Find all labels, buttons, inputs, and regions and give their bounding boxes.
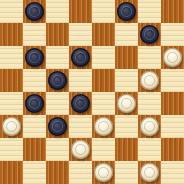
white-man[interactable] (140, 117, 159, 136)
board (0, 0, 184, 184)
square-h5[interactable] (161, 69, 184, 92)
square-h8[interactable] (161, 0, 184, 23)
square-c3[interactable] (46, 115, 69, 138)
square-h2[interactable] (161, 138, 184, 161)
white-man[interactable] (94, 163, 113, 182)
black-man[interactable] (117, 2, 136, 21)
black-man[interactable] (71, 48, 90, 67)
square-f3[interactable] (115, 115, 138, 138)
black-man[interactable] (25, 2, 44, 21)
square-a2[interactable] (0, 138, 23, 161)
square-g2[interactable] (138, 138, 161, 161)
square-d5[interactable] (69, 69, 92, 92)
square-e6[interactable] (92, 46, 115, 69)
square-e7[interactable] (92, 23, 115, 46)
black-man[interactable] (48, 71, 67, 90)
square-d6[interactable] (69, 46, 92, 69)
square-c8[interactable] (46, 0, 69, 23)
square-g7[interactable] (138, 23, 161, 46)
square-c2[interactable] (46, 138, 69, 161)
white-man[interactable] (2, 117, 21, 136)
square-d8[interactable] (69, 0, 92, 23)
square-d2[interactable] (69, 138, 92, 161)
square-c1[interactable] (46, 161, 69, 184)
square-f5[interactable] (115, 69, 138, 92)
square-g5[interactable] (138, 69, 161, 92)
square-c5[interactable] (46, 69, 69, 92)
square-g1[interactable] (138, 161, 161, 184)
square-d1[interactable] (69, 161, 92, 184)
square-a8[interactable] (0, 0, 23, 23)
black-man[interactable] (140, 25, 159, 44)
square-a6[interactable] (0, 46, 23, 69)
white-man[interactable] (140, 163, 159, 182)
white-man[interactable] (71, 140, 90, 159)
square-a4[interactable] (0, 92, 23, 115)
black-man[interactable] (71, 94, 90, 113)
square-d7[interactable] (69, 23, 92, 46)
square-d3[interactable] (69, 115, 92, 138)
square-g8[interactable] (138, 0, 161, 23)
square-e1[interactable] (92, 161, 115, 184)
square-f4[interactable] (115, 92, 138, 115)
square-h4[interactable] (161, 92, 184, 115)
square-g4[interactable] (138, 92, 161, 115)
square-e5[interactable] (92, 69, 115, 92)
square-c6[interactable] (46, 46, 69, 69)
square-c7[interactable] (46, 23, 69, 46)
square-c4[interactable] (46, 92, 69, 115)
square-f8[interactable] (115, 0, 138, 23)
square-e2[interactable] (92, 138, 115, 161)
square-b8[interactable] (23, 0, 46, 23)
square-b2[interactable] (23, 138, 46, 161)
square-a5[interactable] (0, 69, 23, 92)
black-man[interactable] (48, 117, 67, 136)
square-b6[interactable] (23, 46, 46, 69)
square-f6[interactable] (115, 46, 138, 69)
white-man[interactable] (117, 94, 136, 113)
square-b4[interactable] (23, 92, 46, 115)
square-h3[interactable] (161, 115, 184, 138)
square-b7[interactable] (23, 23, 46, 46)
square-e8[interactable] (92, 0, 115, 23)
square-h7[interactable] (161, 23, 184, 46)
square-a3[interactable] (0, 115, 23, 138)
white-man[interactable] (163, 48, 182, 67)
black-man[interactable] (25, 94, 44, 113)
square-d4[interactable] (69, 92, 92, 115)
square-a1[interactable] (0, 161, 23, 184)
square-g6[interactable] (138, 46, 161, 69)
black-man[interactable] (25, 48, 44, 67)
white-man[interactable] (140, 71, 159, 90)
square-g3[interactable] (138, 115, 161, 138)
square-f1[interactable] (115, 161, 138, 184)
square-h1[interactable] (161, 161, 184, 184)
white-man[interactable] (94, 117, 113, 136)
square-e3[interactable] (92, 115, 115, 138)
square-f2[interactable] (115, 138, 138, 161)
square-e4[interactable] (92, 92, 115, 115)
square-b3[interactable] (23, 115, 46, 138)
square-h6[interactable] (161, 46, 184, 69)
square-b1[interactable] (23, 161, 46, 184)
square-f7[interactable] (115, 23, 138, 46)
square-b5[interactable] (23, 69, 46, 92)
square-a7[interactable] (0, 23, 23, 46)
